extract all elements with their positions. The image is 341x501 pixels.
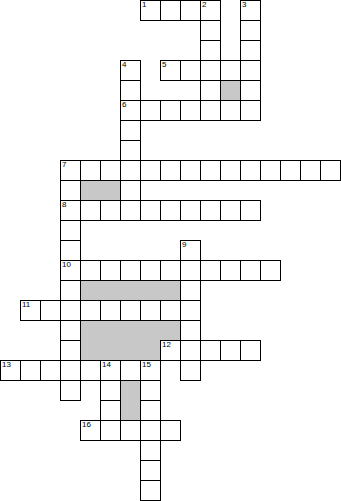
answer-cell[interactable]: [140, 0, 161, 21]
answer-cell[interactable]: [240, 0, 261, 21]
answer-cell[interactable]: [160, 200, 181, 221]
answer-cell[interactable]: [240, 340, 261, 361]
answer-cell[interactable]: [120, 360, 141, 381]
shaded-block-cell: [100, 280, 121, 301]
answer-cell[interactable]: [140, 200, 161, 221]
answer-cell[interactable]: [200, 260, 221, 281]
answer-cell[interactable]: [160, 160, 181, 181]
answer-cell[interactable]: [180, 240, 201, 261]
answer-cell[interactable]: [40, 360, 61, 381]
answer-cell[interactable]: [40, 300, 61, 321]
shaded-block-cell: [160, 320, 181, 341]
answer-cell[interactable]: [60, 300, 81, 321]
answer-cell[interactable]: [200, 100, 221, 121]
answer-cell[interactable]: [140, 260, 161, 281]
answer-cell[interactable]: [140, 300, 161, 321]
answer-cell[interactable]: [260, 260, 281, 281]
shaded-block-cell: [160, 280, 181, 301]
answer-cell[interactable]: [120, 180, 141, 201]
answer-cell[interactable]: [180, 200, 201, 221]
answer-cell[interactable]: [240, 100, 261, 121]
answer-cell[interactable]: [260, 160, 281, 181]
answer-cell[interactable]: [180, 360, 201, 381]
answer-cell[interactable]: [200, 60, 221, 81]
answer-cell[interactable]: [100, 360, 121, 381]
answer-cell[interactable]: [160, 60, 181, 81]
answer-cell[interactable]: [100, 160, 121, 181]
answer-cell[interactable]: [300, 160, 321, 181]
answer-cell[interactable]: [220, 340, 241, 361]
shaded-block-cell: [80, 340, 101, 361]
answer-cell[interactable]: [240, 160, 261, 181]
answer-cell[interactable]: [200, 200, 221, 221]
answer-cell[interactable]: [100, 300, 121, 321]
answer-cell[interactable]: [120, 80, 141, 101]
answer-cell[interactable]: [80, 300, 101, 321]
answer-cell[interactable]: [220, 160, 241, 181]
answer-cell[interactable]: [140, 460, 161, 481]
shaded-block-cell: [80, 280, 101, 301]
shaded-block-cell: [80, 320, 101, 341]
shaded-block-cell: [140, 280, 161, 301]
answer-cell[interactable]: [220, 100, 241, 121]
answer-cell[interactable]: [20, 300, 41, 321]
answer-cell[interactable]: [80, 200, 101, 221]
answer-cell[interactable]: [120, 260, 141, 281]
answer-cell[interactable]: [240, 80, 261, 101]
shaded-block-cell: [120, 340, 141, 361]
answer-cell[interactable]: [100, 400, 121, 421]
answer-cell[interactable]: [160, 260, 181, 281]
answer-cell[interactable]: [200, 80, 221, 101]
answer-cell[interactable]: [200, 40, 221, 61]
answer-cell[interactable]: [180, 320, 201, 341]
crossword-board: 12345678910111213141516: [0, 0, 341, 501]
answer-cell[interactable]: [120, 160, 141, 181]
answer-cell[interactable]: [160, 300, 181, 321]
answer-cell[interactable]: [180, 340, 201, 361]
answer-cell[interactable]: [140, 400, 161, 421]
answer-cell[interactable]: [180, 300, 201, 321]
answer-cell[interactable]: [180, 260, 201, 281]
answer-cell[interactable]: [120, 420, 141, 441]
answer-cell[interactable]: [200, 20, 221, 41]
answer-cell[interactable]: [180, 280, 201, 301]
answer-cell[interactable]: [140, 440, 161, 461]
shaded-block-cell: [140, 340, 161, 361]
answer-cell[interactable]: [120, 60, 141, 81]
answer-cell[interactable]: [140, 480, 161, 501]
shaded-block-cell: [120, 320, 141, 341]
answer-cell[interactable]: [180, 60, 201, 81]
answer-cell[interactable]: [140, 160, 161, 181]
answer-cell[interactable]: [220, 260, 241, 281]
answer-cell[interactable]: [220, 60, 241, 81]
answer-cell[interactable]: [120, 300, 141, 321]
answer-cell[interactable]: [180, 0, 201, 21]
shaded-block-cell: [100, 180, 121, 201]
shaded-block-cell: [220, 80, 241, 101]
answer-cell[interactable]: [240, 260, 261, 281]
answer-cell[interactable]: [100, 380, 121, 401]
answer-cell[interactable]: [180, 100, 201, 121]
shaded-block-cell: [120, 280, 141, 301]
answer-cell[interactable]: [140, 100, 161, 121]
answer-cell[interactable]: [200, 160, 221, 181]
answer-cell[interactable]: [220, 200, 241, 221]
answer-cell[interactable]: [60, 200, 81, 221]
answer-cell[interactable]: [200, 0, 221, 21]
answer-cell[interactable]: [80, 260, 101, 281]
answer-cell[interactable]: [60, 160, 81, 181]
shaded-block-cell: [100, 340, 121, 361]
answer-cell[interactable]: [120, 140, 141, 161]
shaded-block-cell: [80, 180, 101, 201]
answer-cell[interactable]: [60, 360, 81, 381]
shaded-block-cell: [100, 320, 121, 341]
answer-cell[interactable]: [100, 420, 121, 441]
answer-cell[interactable]: [60, 180, 81, 201]
answer-cell[interactable]: [120, 120, 141, 141]
answer-cell[interactable]: [160, 420, 181, 441]
answer-cell[interactable]: [180, 160, 201, 181]
answer-cell[interactable]: [140, 380, 161, 401]
answer-cell[interactable]: [60, 220, 81, 241]
answer-cell[interactable]: [320, 160, 341, 181]
answer-cell[interactable]: [0, 360, 21, 381]
answer-cell[interactable]: [140, 360, 161, 381]
answer-cell[interactable]: [60, 260, 81, 281]
shaded-block-cell: [140, 320, 161, 341]
answer-cell[interactable]: [200, 340, 221, 361]
answer-cell[interactable]: [60, 280, 81, 301]
answer-cell[interactable]: [60, 340, 81, 361]
answer-cell[interactable]: [120, 200, 141, 221]
answer-cell[interactable]: [60, 320, 81, 341]
answer-cell[interactable]: [80, 420, 101, 441]
answer-cell[interactable]: [120, 100, 141, 121]
answer-cell[interactable]: [80, 160, 101, 181]
answer-cell[interactable]: [240, 40, 261, 61]
answer-cell[interactable]: [80, 360, 101, 381]
answer-cell[interactable]: [100, 260, 121, 281]
answer-cell[interactable]: [240, 200, 261, 221]
answer-cell[interactable]: [160, 0, 181, 21]
answer-cell[interactable]: [140, 420, 161, 441]
shaded-block-cell: [120, 400, 141, 421]
answer-cell[interactable]: [60, 240, 81, 261]
answer-cell[interactable]: [160, 340, 181, 361]
answer-cell[interactable]: [160, 100, 181, 121]
answer-cell[interactable]: [100, 200, 121, 221]
answer-cell[interactable]: [240, 60, 261, 81]
answer-cell[interactable]: [20, 360, 41, 381]
answer-cell[interactable]: [280, 160, 301, 181]
shaded-block-cell: [120, 380, 141, 401]
answer-cell[interactable]: [240, 20, 261, 41]
answer-cell[interactable]: [60, 380, 81, 401]
